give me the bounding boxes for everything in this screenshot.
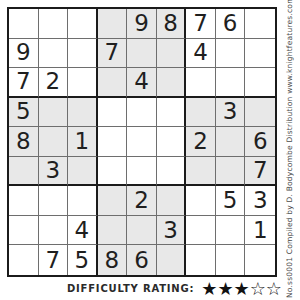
cell-r6c7[interactable] [186,157,216,187]
cell-r2c2[interactable] [39,39,69,69]
cell-r9c8[interactable] [216,245,246,275]
sudoku-board: 9876974724538126372534317586 [7,7,277,277]
cell-r7c4[interactable] [98,186,128,216]
cell-r3c9[interactable] [245,68,275,98]
cell-r1c4[interactable] [98,9,128,39]
cell-r1c3[interactable] [68,9,98,39]
cell-r1c9[interactable] [245,9,275,39]
cell-r9c1[interactable] [9,245,39,275]
cell-r9c3[interactable]: 5 [68,245,98,275]
cell-r4c7[interactable] [186,98,216,128]
cell-r5c9[interactable]: 6 [245,127,275,157]
cell-r4c1[interactable]: 5 [9,98,39,128]
difficulty-label: DIFFICULTY RATING: [67,283,194,295]
cell-r4c8[interactable]: 3 [216,98,246,128]
cell-r3c2[interactable]: 2 [39,68,69,98]
cell-r6c4[interactable] [98,157,128,187]
cell-r2c8[interactable] [216,39,246,69]
cell-r4c5[interactable] [127,98,157,128]
cell-r2c1[interactable]: 9 [9,39,39,69]
cell-r9c6[interactable] [157,245,187,275]
cell-r3c8[interactable] [216,68,246,98]
cell-r4c3[interactable] [68,98,98,128]
cell-r5c1[interactable]: 8 [9,127,39,157]
cell-r3c1[interactable]: 7 [9,68,39,98]
cell-r6c6[interactable] [157,157,187,187]
cell-r6c1[interactable] [9,157,39,187]
cell-r7c2[interactable] [39,186,69,216]
cell-r6c8[interactable] [216,157,246,187]
star-filled-icon: ★ [234,280,250,298]
cell-r3c7[interactable] [186,68,216,98]
cell-r7c8[interactable]: 5 [216,186,246,216]
cell-r3c3[interactable] [68,68,98,98]
cell-r7c9[interactable]: 3 [245,186,275,216]
star-empty-icon: ☆ [266,280,282,298]
cell-r5c2[interactable] [39,127,69,157]
cell-r1c6[interactable]: 8 [157,9,187,39]
cell-r5c4[interactable] [98,127,128,157]
cell-r8c3[interactable]: 4 [68,216,98,246]
star-empty-icon: ☆ [250,280,266,298]
cell-r2c4[interactable]: 7 [98,39,128,69]
cell-r2c3[interactable] [68,39,98,69]
cell-r1c1[interactable] [9,9,39,39]
star-filled-icon: ★ [201,280,217,298]
cell-r9c4[interactable]: 8 [98,245,128,275]
cell-r2c5[interactable] [127,39,157,69]
cell-r1c2[interactable] [39,9,69,39]
cell-r9c7[interactable] [186,245,216,275]
cell-r7c5[interactable]: 2 [127,186,157,216]
cell-r8c6[interactable]: 3 [157,216,187,246]
cell-r7c6[interactable] [157,186,187,216]
cell-r4c2[interactable] [39,98,69,128]
cell-r9c2[interactable]: 7 [39,245,69,275]
cell-r6c9[interactable]: 7 [245,157,275,187]
cell-r8c2[interactable] [39,216,69,246]
cell-r5c8[interactable] [216,127,246,157]
difficulty-rating-bar: DIFFICULTY RATING: ★★★☆☆ [0,278,282,300]
cell-r9c9[interactable] [245,245,275,275]
cell-r6c3[interactable] [68,157,98,187]
credit-text: No.ss0001 Compiled by D. Bodycombe Distr… [285,2,294,298]
cell-r9c5[interactable]: 6 [127,245,157,275]
cell-r5c3[interactable]: 1 [68,127,98,157]
cell-r3c6[interactable] [157,68,187,98]
star-filled-icon: ★ [217,280,233,298]
cell-r3c4[interactable] [98,68,128,98]
difficulty-stars: ★★★☆☆ [201,280,282,298]
cell-r7c7[interactable] [186,186,216,216]
cell-r8c8[interactable] [216,216,246,246]
cell-r8c4[interactable] [98,216,128,246]
cell-r1c7[interactable]: 7 [186,9,216,39]
cell-r7c3[interactable] [68,186,98,216]
cell-r2c6[interactable] [157,39,187,69]
cell-r8c5[interactable] [127,216,157,246]
cell-r8c1[interactable] [9,216,39,246]
cell-r3c5[interactable]: 4 [127,68,157,98]
cell-r1c5[interactable]: 9 [127,9,157,39]
cell-r5c6[interactable] [157,127,187,157]
cell-r6c5[interactable] [127,157,157,187]
cell-r2c9[interactable] [245,39,275,69]
cell-r4c4[interactable] [98,98,128,128]
cell-r7c1[interactable] [9,186,39,216]
cell-r4c9[interactable] [245,98,275,128]
cell-r1c8[interactable]: 6 [216,9,246,39]
cell-r4c6[interactable] [157,98,187,128]
cell-r8c7[interactable] [186,216,216,246]
cell-r5c7[interactable]: 2 [186,127,216,157]
cell-r2c7[interactable]: 4 [186,39,216,69]
cell-r6c2[interactable]: 3 [39,157,69,187]
cell-r5c5[interactable] [127,127,157,157]
cell-r8c9[interactable]: 1 [245,216,275,246]
